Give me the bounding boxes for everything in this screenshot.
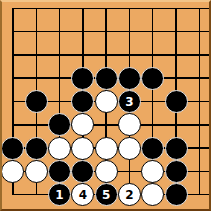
intersection-r6-c3[interactable] (48, 113, 71, 136)
intersection-r3-c7[interactable] (141, 43, 164, 66)
intersection-r1-c2[interactable] (25, 0, 48, 20)
white-stone (95, 160, 118, 183)
intersection-r2-c6[interactable] (118, 20, 141, 43)
black-stone (141, 137, 164, 160)
white-stone (141, 160, 164, 183)
intersection-r2-c9[interactable] (188, 20, 211, 43)
intersection-r8-c9[interactable] (188, 160, 211, 183)
intersection-r8-c5[interactable] (95, 160, 118, 183)
black-stone (71, 67, 94, 90)
intersection-r7-c6[interactable] (118, 136, 141, 159)
black-stone (165, 90, 188, 113)
intersection-r8-c2[interactable] (25, 160, 48, 183)
black-stone (25, 137, 48, 160)
move-4-white-stone: 4 (71, 183, 94, 206)
black-stone (95, 67, 118, 90)
move-1-black-stone: 1 (48, 183, 71, 206)
black-stone (1, 137, 24, 160)
intersection-r8-c7[interactable] (141, 160, 164, 183)
black-stone (48, 160, 71, 183)
intersection-r7-c7[interactable] (141, 136, 164, 159)
white-stone (118, 113, 141, 136)
intersection-r9-c9[interactable] (188, 183, 211, 206)
intersection-r5-c4[interactable] (71, 90, 94, 113)
intersection-r7-c3[interactable] (48, 136, 71, 159)
white-stone (1, 160, 24, 183)
intersection-r8-c1[interactable] (1, 160, 24, 183)
intersection-r2-c1[interactable] (1, 20, 24, 43)
white-stone (48, 137, 71, 160)
intersection-r1-c5[interactable] (95, 0, 118, 20)
intersection-r3-c5[interactable] (95, 43, 118, 66)
intersection-r1-c7[interactable] (141, 0, 164, 20)
intersection-r7-c5[interactable] (95, 136, 118, 159)
intersection-r3-c4[interactable] (71, 43, 94, 66)
intersection-r7-c1[interactable] (1, 136, 24, 159)
intersection-r9-c7[interactable] (141, 183, 164, 206)
black-stone (71, 160, 94, 183)
intersection-r2-c2[interactable] (25, 20, 48, 43)
intersection-r3-c9[interactable] (188, 43, 211, 66)
intersection-r6-c8[interactable] (164, 113, 187, 136)
go-grid: 31452 (1, 0, 211, 206)
white-stone (71, 113, 94, 136)
intersection-r3-c6[interactable] (118, 43, 141, 66)
black-stone (165, 137, 188, 160)
black-stone (25, 90, 48, 113)
black-stone (141, 67, 164, 90)
intersection-r4-c6[interactable] (118, 67, 141, 90)
intersection-r8-c8[interactable] (164, 160, 187, 183)
intersection-r9-c4[interactable]: 4 (71, 183, 94, 206)
intersection-r9-c3[interactable]: 1 (48, 183, 71, 206)
intersection-r7-c9[interactable] (188, 136, 211, 159)
intersection-r1-c8[interactable] (164, 0, 187, 20)
intersection-r7-c8[interactable] (164, 136, 187, 159)
intersection-r5-c5[interactable] (95, 90, 118, 113)
black-stone (165, 183, 188, 206)
intersection-r6-c7[interactable] (141, 113, 164, 136)
intersection-r6-c1[interactable] (1, 113, 24, 136)
intersection-r1-c6[interactable] (118, 0, 141, 20)
move-3-black-stone: 3 (118, 90, 141, 113)
intersection-r1-c9[interactable] (188, 0, 211, 20)
intersection-r4-c5[interactable] (95, 67, 118, 90)
intersection-r5-c7[interactable] (141, 90, 164, 113)
intersection-r2-c4[interactable] (71, 20, 94, 43)
move-2-white-stone: 2 (118, 183, 141, 206)
intersection-r3-c3[interactable] (48, 43, 71, 66)
intersection-r5-c1[interactable] (1, 90, 24, 113)
intersection-r3-c8[interactable] (164, 43, 187, 66)
white-stone (71, 137, 94, 160)
intersection-r8-c4[interactable] (71, 160, 94, 183)
intersection-r9-c2[interactable] (25, 183, 48, 206)
go-board: 31452 (0, 0, 211, 211)
intersection-r6-c5[interactable] (95, 113, 118, 136)
white-stone (95, 137, 118, 160)
intersection-r7-c2[interactable] (25, 136, 48, 159)
intersection-r5-c2[interactable] (25, 90, 48, 113)
white-stone (141, 183, 164, 206)
intersection-r2-c8[interactable] (164, 20, 187, 43)
intersection-r9-c1[interactable] (1, 183, 24, 206)
intersection-r4-c8[interactable] (164, 67, 187, 90)
intersection-r4-c9[interactable] (188, 67, 211, 90)
black-stone (48, 113, 71, 136)
intersection-r5-c8[interactable] (164, 90, 187, 113)
intersection-r4-c4[interactable] (71, 67, 94, 90)
intersection-r3-c1[interactable] (1, 43, 24, 66)
intersection-r1-c3[interactable] (48, 0, 71, 20)
intersection-r9-c6[interactable]: 2 (118, 183, 141, 206)
intersection-r4-c3[interactable] (48, 67, 71, 90)
intersection-r1-c1[interactable] (1, 0, 24, 20)
intersection-r6-c4[interactable] (71, 113, 94, 136)
white-stone (118, 137, 141, 160)
intersection-r2-c3[interactable] (48, 20, 71, 43)
intersection-r6-c9[interactable] (188, 113, 211, 136)
black-stone (118, 67, 141, 90)
black-stone (165, 160, 188, 183)
intersection-r2-c5[interactable] (95, 20, 118, 43)
intersection-r9-c8[interactable] (164, 183, 187, 206)
intersection-r7-c4[interactable] (71, 136, 94, 159)
move-5-black-stone: 5 (95, 183, 118, 206)
intersection-r6-c6[interactable] (118, 113, 141, 136)
intersection-r5-c3[interactable] (48, 90, 71, 113)
intersection-r6-c2[interactable] (25, 113, 48, 136)
intersection-r5-c6[interactable]: 3 (118, 90, 141, 113)
intersection-r8-c6[interactable] (118, 160, 141, 183)
intersection-r4-c1[interactable] (1, 67, 24, 90)
intersection-r9-c5[interactable]: 5 (95, 183, 118, 206)
intersection-r5-c9[interactable] (188, 90, 211, 113)
intersection-r3-c2[interactable] (25, 43, 48, 66)
intersection-r4-c7[interactable] (141, 67, 164, 90)
black-stone (71, 90, 94, 113)
white-stone (25, 160, 48, 183)
intersection-r1-c4[interactable] (71, 0, 94, 20)
intersection-r2-c7[interactable] (141, 20, 164, 43)
intersection-r8-c3[interactable] (48, 160, 71, 183)
intersection-r4-c2[interactable] (25, 67, 48, 90)
white-stone (95, 90, 118, 113)
